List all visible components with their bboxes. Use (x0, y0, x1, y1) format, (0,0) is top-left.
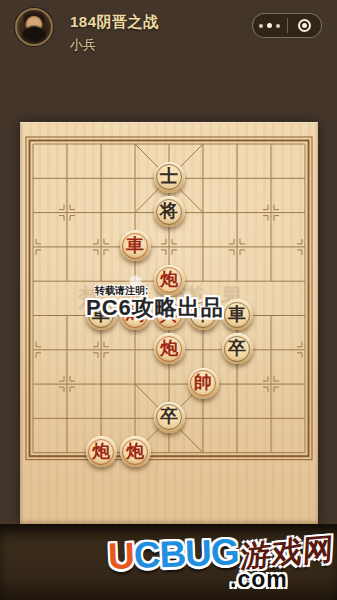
piece-red-cannon[interactable]: 炮 (86, 436, 117, 467)
piece-glyph: 帥 (194, 373, 212, 391)
bottom-bar: 14 12 (0, 524, 337, 600)
piece-red-cannon[interactable]: 炮 (154, 333, 185, 364)
piece-black-soldier[interactable]: 卒 (154, 402, 185, 433)
piece-red-chariot[interactable]: 車 (120, 230, 151, 261)
piece-glyph: 炮 (92, 442, 110, 460)
credit-watermark-brand: PC6攻略出品 (86, 293, 224, 323)
piece-glyph: 卒 (228, 339, 246, 357)
pieces-layer: 士将車炮車馬兵卒車炮卒帥卒炮炮 (20, 122, 318, 524)
level-title: 184阴晋之战 (70, 13, 159, 32)
xiangqi-board[interactable]: 楚河 漢界 士将車炮車馬兵卒車炮卒帥卒炮炮 (20, 122, 318, 524)
piece-red-cannon[interactable]: 炮 (154, 265, 185, 296)
piece-glyph: 卒 (160, 407, 178, 425)
avatar[interactable] (15, 8, 53, 46)
piece-glyph: 士 (160, 167, 178, 185)
piece-glyph: 炮 (160, 270, 178, 288)
piece-black-soldier[interactable]: 卒 (222, 333, 253, 364)
piece-glyph: 炮 (160, 339, 178, 357)
piece-black-chariot[interactable]: 車 (222, 299, 253, 330)
miniprogram-capsule (252, 13, 322, 38)
level-difficulty: 小兵 (70, 36, 96, 54)
piece-red-king[interactable]: 帥 (188, 368, 219, 399)
piece-black-king[interactable]: 将 (154, 196, 185, 227)
top-bar: 184阴晋之战 小兵 (0, 0, 337, 64)
piece-black-advisor[interactable]: 士 (154, 162, 185, 193)
app-window: 184阴晋之战 小兵 楚河 漢界 士将車炮車馬兵卒車炮卒帥卒炮炮 转载请注明: … (0, 0, 337, 600)
piece-red-cannon[interactable]: 炮 (120, 436, 151, 467)
more-button[interactable] (253, 14, 287, 37)
capsule-close-button[interactable] (288, 14, 322, 37)
piece-glyph: 将 (160, 202, 178, 220)
piece-glyph: 炮 (126, 442, 144, 460)
circle-dot-icon (298, 19, 311, 32)
piece-glyph: 車 (126, 236, 144, 254)
ellipsis-icon (259, 23, 280, 28)
piece-glyph: 車 (228, 305, 246, 323)
